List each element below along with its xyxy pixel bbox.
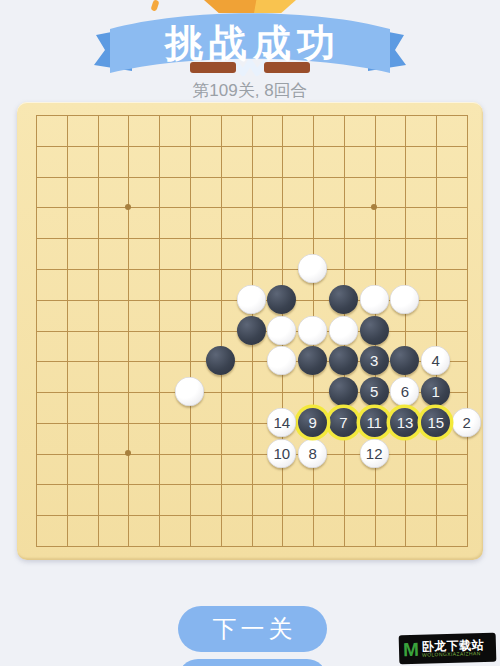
black-stone [329,377,358,406]
board: 123456789101112131415 [17,102,483,560]
black-stone [360,316,389,345]
move-number: 10 [273,445,290,462]
white-stone [298,316,327,345]
move-number: 12 [366,445,383,462]
move-number: 8 [308,445,316,462]
move-number: 1 [432,383,440,400]
secondary-button-partial[interactable] [178,659,327,666]
watermark: M 卧龙下载站 WOLONGXIAZAIZHAN [399,633,497,665]
move-number: 3 [370,352,378,369]
black-stone-move-15: 15 [421,408,450,437]
move-number: 7 [339,414,347,431]
white-stone-move-14: 14 [267,408,296,437]
watermark-text: 卧龙下载站 WOLONGXIAZAIZHAN [422,639,485,658]
black-stone [329,346,358,375]
white-stone-move-12: 12 [360,439,389,468]
success-banner: 挑战成功 [88,4,412,82]
white-stone [175,377,204,406]
level-info: 第109关, 8回合 [0,79,500,102]
move-number: 6 [401,383,409,400]
black-stone-move-11: 11 [360,408,389,437]
white-stone [329,316,358,345]
next-level-button[interactable]: 下一关 [178,606,327,652]
watermark-subtitle: WOLONGXIAZAIZHAN [422,651,485,658]
move-number: 11 [366,414,382,431]
black-stone-move-5: 5 [360,377,389,406]
wolong-logo-icon: M [403,640,419,659]
white-stone [237,285,266,314]
white-stone [298,254,327,283]
white-stone [267,316,296,345]
black-stone [206,346,235,375]
move-number: 5 [370,383,378,400]
black-stone [329,285,358,314]
white-stone-move-8: 8 [298,439,327,468]
black-stone [267,285,296,314]
move-number: 2 [462,414,470,431]
white-stone-move-10: 10 [267,439,296,468]
black-stone-move-3: 3 [360,346,389,375]
white-stone-move-2: 2 [452,408,481,437]
banner-title: 挑战成功 [88,22,412,64]
black-stone-move-9: 9 [298,408,327,437]
white-stone [390,285,419,314]
black-stone-move-7: 7 [329,408,358,437]
move-number: 4 [432,352,440,369]
move-number: 9 [308,414,316,431]
app-screen: 挑战成功 第109关, 8回合 123456789101112131415 下一… [0,0,500,666]
move-number: 15 [427,414,444,431]
star-point [125,204,131,210]
white-stone [360,285,389,314]
move-number: 14 [273,414,290,431]
move-number: 13 [397,414,414,431]
black-stone [237,316,266,345]
